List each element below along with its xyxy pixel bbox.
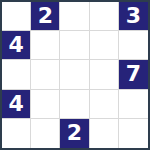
clue-cell-r2c4: 7 bbox=[119, 60, 148, 89]
clue-cell-r0c4: 3 bbox=[119, 2, 148, 31]
cell-r4c4[interactable] bbox=[119, 119, 148, 148]
cell-r4c3[interactable] bbox=[90, 119, 119, 148]
cell-r3c1[interactable] bbox=[31, 90, 60, 119]
cell-r2c0[interactable] bbox=[2, 60, 31, 89]
cell-r2c2[interactable] bbox=[60, 60, 89, 89]
cell-r4c0[interactable] bbox=[2, 119, 31, 148]
puzzle-board: 234742 bbox=[0, 0, 150, 150]
clue-cell-r4c2: 2 bbox=[60, 119, 89, 148]
clue-cell-r0c1: 2 bbox=[31, 2, 60, 31]
cell-r0c3[interactable] bbox=[90, 2, 119, 31]
cell-r0c2[interactable] bbox=[60, 2, 89, 31]
clue-cell-r3c0: 4 bbox=[2, 90, 31, 119]
cell-r2c3[interactable] bbox=[90, 60, 119, 89]
cell-r3c2[interactable] bbox=[60, 90, 89, 119]
cell-r3c4[interactable] bbox=[119, 90, 148, 119]
cell-r4c1[interactable] bbox=[31, 119, 60, 148]
cell-r3c3[interactable] bbox=[90, 90, 119, 119]
cell-r1c4[interactable] bbox=[119, 31, 148, 60]
cell-r1c3[interactable] bbox=[90, 31, 119, 60]
cell-r1c2[interactable] bbox=[60, 31, 89, 60]
clue-cell-r1c0: 4 bbox=[2, 31, 31, 60]
cell-r0c0[interactable] bbox=[2, 2, 31, 31]
cell-r2c1[interactable] bbox=[31, 60, 60, 89]
cell-r1c1[interactable] bbox=[31, 31, 60, 60]
